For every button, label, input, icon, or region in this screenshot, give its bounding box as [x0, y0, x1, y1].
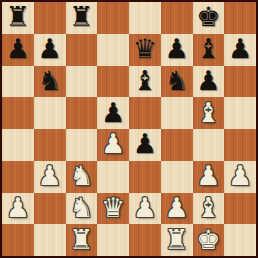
- square-b3[interactable]: ♟: [34, 161, 66, 193]
- square-c7[interactable]: [66, 34, 98, 66]
- white-rook-c1: ♜: [69, 224, 93, 254]
- square-b5[interactable]: [34, 97, 66, 129]
- square-c2[interactable]: ♞: [66, 193, 98, 225]
- square-h8[interactable]: [224, 2, 256, 34]
- square-d5[interactable]: ♟: [97, 97, 129, 129]
- square-c8[interactable]: ♜: [66, 2, 98, 34]
- square-e7[interactable]: ♛: [129, 34, 161, 66]
- square-a1[interactable]: [2, 224, 34, 256]
- square-f2[interactable]: ♟: [161, 193, 193, 225]
- white-bishop-g5: ♝: [196, 97, 220, 127]
- square-a7[interactable]: ♟: [2, 34, 34, 66]
- square-f1[interactable]: ♜: [161, 224, 193, 256]
- square-d7[interactable]: [97, 34, 129, 66]
- square-e2[interactable]: ♟: [129, 193, 161, 225]
- white-pawn-b3: ♟: [38, 161, 62, 191]
- square-g1[interactable]: ♚: [193, 224, 225, 256]
- square-h2[interactable]: [224, 193, 256, 225]
- square-g8[interactable]: ♚: [193, 2, 225, 34]
- black-king-g8: ♚: [196, 2, 220, 32]
- white-knight-c3: ♞: [69, 161, 93, 191]
- square-e1[interactable]: [129, 224, 161, 256]
- square-e4[interactable]: ♟: [129, 129, 161, 161]
- square-f6[interactable]: ♞: [161, 66, 193, 98]
- square-e5[interactable]: [129, 97, 161, 129]
- white-knight-c2: ♞: [69, 193, 93, 223]
- square-a5[interactable]: [2, 97, 34, 129]
- black-pawn-a7: ♟: [6, 34, 30, 64]
- square-e8[interactable]: [129, 2, 161, 34]
- chess-board: ♜♜♚♟♟♛♟♝♟♞♝♞♟♟♝♟♟♟♞♟♟♟♞♛♟♟♝♜♜♚: [2, 2, 256, 256]
- black-pawn-g6: ♟: [196, 66, 220, 96]
- square-g2[interactable]: ♝: [193, 193, 225, 225]
- square-h3[interactable]: ♟: [224, 161, 256, 193]
- black-queen-e7: ♛: [133, 34, 157, 64]
- white-queen-d2: ♛: [101, 193, 125, 223]
- black-pawn-f7: ♟: [165, 34, 189, 64]
- square-e6[interactable]: ♝: [129, 66, 161, 98]
- black-knight-b6: ♞: [38, 66, 62, 96]
- black-knight-f6: ♞: [165, 66, 189, 96]
- square-h4[interactable]: [224, 129, 256, 161]
- square-h1[interactable]: [224, 224, 256, 256]
- black-pawn-d5: ♟: [101, 97, 125, 127]
- square-c6[interactable]: [66, 66, 98, 98]
- black-pawn-b7: ♟: [38, 34, 62, 64]
- square-h7[interactable]: ♟: [224, 34, 256, 66]
- square-b6[interactable]: ♞: [34, 66, 66, 98]
- white-pawn-e2: ♟: [133, 193, 157, 223]
- square-b7[interactable]: ♟: [34, 34, 66, 66]
- white-pawn-g3: ♟: [196, 161, 220, 191]
- square-a4[interactable]: [2, 129, 34, 161]
- square-d6[interactable]: [97, 66, 129, 98]
- square-g7[interactable]: ♝: [193, 34, 225, 66]
- white-pawn-f2: ♟: [165, 193, 189, 223]
- black-pawn-e4: ♟: [133, 129, 157, 159]
- white-pawn-h3: ♟: [228, 161, 252, 191]
- square-g4[interactable]: [193, 129, 225, 161]
- square-e3[interactable]: [129, 161, 161, 193]
- square-c3[interactable]: ♞: [66, 161, 98, 193]
- black-rook-c8: ♜: [69, 2, 93, 32]
- black-rook-a8: ♜: [6, 2, 30, 32]
- black-pawn-h7: ♟: [228, 34, 252, 64]
- square-d4[interactable]: ♟: [97, 129, 129, 161]
- square-b4[interactable]: [34, 129, 66, 161]
- square-f7[interactable]: ♟: [161, 34, 193, 66]
- black-bishop-g7: ♝: [196, 34, 220, 64]
- square-c4[interactable]: [66, 129, 98, 161]
- square-f5[interactable]: [161, 97, 193, 129]
- square-h5[interactable]: [224, 97, 256, 129]
- square-d2[interactable]: ♛: [97, 193, 129, 225]
- white-bishop-g2: ♝: [196, 193, 220, 223]
- white-pawn-a2: ♟: [6, 193, 30, 223]
- square-c1[interactable]: ♜: [66, 224, 98, 256]
- square-g6[interactable]: ♟: [193, 66, 225, 98]
- square-d1[interactable]: [97, 224, 129, 256]
- white-pawn-d4: ♟: [101, 129, 125, 159]
- chess-board-frame: ♜♜♚♟♟♛♟♝♟♞♝♞♟♟♝♟♟♟♞♟♟♟♞♛♟♟♝♜♜♚: [0, 0, 258, 258]
- square-f8[interactable]: [161, 2, 193, 34]
- square-h6[interactable]: [224, 66, 256, 98]
- square-a3[interactable]: [2, 161, 34, 193]
- square-d8[interactable]: [97, 2, 129, 34]
- black-bishop-e6: ♝: [133, 66, 157, 96]
- square-b2[interactable]: [34, 193, 66, 225]
- square-a2[interactable]: ♟: [2, 193, 34, 225]
- square-c5[interactable]: [66, 97, 98, 129]
- white-rook-f1: ♜: [165, 224, 189, 254]
- square-a8[interactable]: ♜: [2, 2, 34, 34]
- square-b8[interactable]: [34, 2, 66, 34]
- square-g5[interactable]: ♝: [193, 97, 225, 129]
- square-g3[interactable]: ♟: [193, 161, 225, 193]
- white-king-g1: ♚: [196, 224, 220, 254]
- square-f3[interactable]: [161, 161, 193, 193]
- square-d3[interactable]: [97, 161, 129, 193]
- square-a6[interactable]: [2, 66, 34, 98]
- square-f4[interactable]: [161, 129, 193, 161]
- square-b1[interactable]: [34, 224, 66, 256]
